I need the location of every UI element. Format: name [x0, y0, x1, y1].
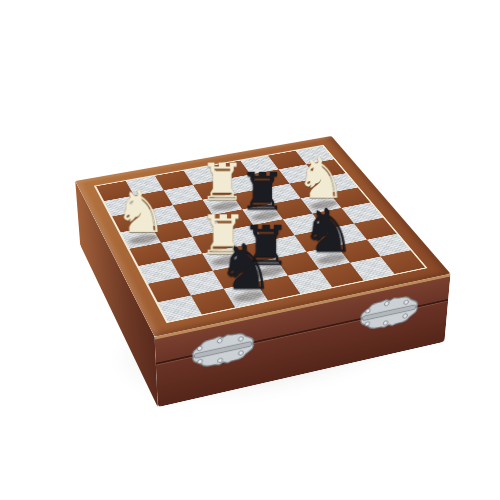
black-knight-f2: ♞ [301, 201, 355, 261]
black-knight-c1: ♞ [218, 236, 274, 299]
hinge-icon [189, 323, 256, 376]
white-rook-d6: ♜ [200, 157, 246, 208]
hinge-icon [357, 287, 421, 338]
chess-box: ♜♞♞♜♜♜♞♞ [75, 136, 450, 337]
white-knight-a5: ♞ [114, 182, 167, 241]
photo-scene: ♜♞♞♜♜♜♞♞ [0, 0, 500, 500]
